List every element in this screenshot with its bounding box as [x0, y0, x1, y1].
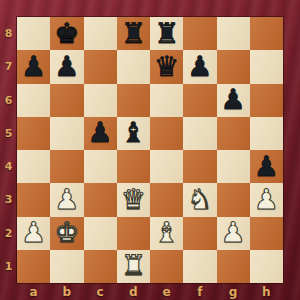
file-label-b: b	[50, 283, 83, 300]
square-f6[interactable]	[183, 84, 216, 117]
square-f7[interactable]: ♟	[183, 50, 216, 83]
piece-black-pawn[interactable]: ♟	[217, 84, 250, 117]
square-b2[interactable]: ♚	[50, 217, 83, 250]
piece-black-pawn[interactable]: ♟	[17, 50, 50, 83]
square-g3[interactable]	[217, 183, 250, 216]
piece-black-rook[interactable]: ♜	[150, 17, 183, 50]
square-b7[interactable]: ♟	[50, 50, 83, 83]
piece-black-pawn[interactable]: ♟	[183, 50, 216, 83]
file-label-e: e	[150, 283, 183, 300]
rank-label-5: 5	[0, 117, 17, 150]
square-c6[interactable]	[84, 84, 117, 117]
square-d4[interactable]	[117, 150, 150, 183]
square-h6[interactable]	[250, 84, 283, 117]
square-a3[interactable]	[17, 183, 50, 216]
rank-label-8: 8	[0, 17, 17, 50]
file-label-h: h	[250, 283, 283, 300]
square-d8[interactable]: ♜	[117, 17, 150, 50]
rank-label-7: 7	[0, 50, 17, 83]
piece-white-pawn[interactable]: ♟	[50, 183, 83, 216]
piece-black-pawn[interactable]: ♟	[84, 117, 117, 150]
square-h7[interactable]	[250, 50, 283, 83]
file-label-g: g	[217, 283, 250, 300]
piece-white-knight[interactable]: ♞	[183, 183, 216, 216]
square-a7[interactable]: ♟	[17, 50, 50, 83]
piece-white-king[interactable]: ♚	[50, 217, 83, 250]
square-f8[interactable]	[183, 17, 216, 50]
square-e3[interactable]	[150, 183, 183, 216]
piece-black-king[interactable]: ♚	[50, 17, 83, 50]
rank-label-3: 3	[0, 183, 17, 216]
square-a5[interactable]	[17, 117, 50, 150]
piece-black-rook[interactable]: ♜	[117, 17, 150, 50]
square-h4[interactable]: ♟	[250, 150, 283, 183]
square-e7[interactable]: ♛	[150, 50, 183, 83]
chess-board-frame: 87654321 ♚♜♜♟♟♛♟♟♟♝♟♟♛♞♟♟♚♝♟♜ abcdefgh	[0, 0, 300, 300]
square-b5[interactable]	[50, 117, 83, 150]
rank-label-4: 4	[0, 150, 17, 183]
piece-black-bishop[interactable]: ♝	[117, 117, 150, 150]
piece-black-pawn[interactable]: ♟	[50, 50, 83, 83]
square-c2[interactable]	[84, 217, 117, 250]
piece-white-pawn[interactable]: ♟	[250, 183, 283, 216]
square-e6[interactable]	[150, 84, 183, 117]
square-d6[interactable]	[117, 84, 150, 117]
square-d3[interactable]: ♛	[117, 183, 150, 216]
square-g4[interactable]	[217, 150, 250, 183]
square-g8[interactable]	[217, 17, 250, 50]
piece-black-pawn[interactable]: ♟	[250, 150, 283, 183]
square-a6[interactable]	[17, 84, 50, 117]
square-b4[interactable]	[50, 150, 83, 183]
rank-label-1: 1	[0, 250, 17, 283]
file-label-c: c	[84, 283, 117, 300]
square-c3[interactable]	[84, 183, 117, 216]
rank-label-6: 6	[0, 84, 17, 117]
piece-white-bishop[interactable]: ♝	[150, 217, 183, 250]
piece-white-pawn[interactable]: ♟	[217, 217, 250, 250]
square-b8[interactable]: ♚	[50, 17, 83, 50]
square-e5[interactable]	[150, 117, 183, 150]
file-label-d: d	[117, 283, 150, 300]
square-f2[interactable]	[183, 217, 216, 250]
piece-white-rook[interactable]: ♜	[117, 250, 150, 283]
file-label-f: f	[183, 283, 216, 300]
square-a4[interactable]	[17, 150, 50, 183]
square-d1[interactable]: ♜	[117, 250, 150, 283]
square-d2[interactable]	[117, 217, 150, 250]
square-c4[interactable]	[84, 150, 117, 183]
rank-label-2: 2	[0, 217, 17, 250]
square-f3[interactable]: ♞	[183, 183, 216, 216]
square-c7[interactable]	[84, 50, 117, 83]
square-f4[interactable]	[183, 150, 216, 183]
square-d7[interactable]	[117, 50, 150, 83]
square-f1[interactable]	[183, 250, 216, 283]
piece-white-queen[interactable]: ♛	[117, 183, 150, 216]
square-h8[interactable]	[250, 17, 283, 50]
square-c1[interactable]	[84, 250, 117, 283]
square-e8[interactable]: ♜	[150, 17, 183, 50]
square-b3[interactable]: ♟	[50, 183, 83, 216]
rank-labels: 87654321	[0, 17, 17, 283]
square-h5[interactable]	[250, 117, 283, 150]
square-a1[interactable]	[17, 250, 50, 283]
file-labels: abcdefgh	[17, 283, 283, 300]
square-e2[interactable]: ♝	[150, 217, 183, 250]
square-a8[interactable]	[17, 17, 50, 50]
square-h1[interactable]	[250, 250, 283, 283]
square-e1[interactable]	[150, 250, 183, 283]
square-h3[interactable]: ♟	[250, 183, 283, 216]
square-d5[interactable]: ♝	[117, 117, 150, 150]
square-c8[interactable]	[84, 17, 117, 50]
square-b1[interactable]	[50, 250, 83, 283]
piece-white-pawn[interactable]: ♟	[17, 217, 50, 250]
square-c5[interactable]: ♟	[84, 117, 117, 150]
square-f5[interactable]	[183, 117, 216, 150]
square-g6[interactable]: ♟	[217, 84, 250, 117]
square-e4[interactable]	[150, 150, 183, 183]
square-b6[interactable]	[50, 84, 83, 117]
square-g5[interactable]	[217, 117, 250, 150]
piece-black-queen[interactable]: ♛	[150, 50, 183, 83]
board: ♚♜♜♟♟♛♟♟♟♝♟♟♛♞♟♟♚♝♟♜	[17, 17, 283, 283]
square-g2[interactable]: ♟	[217, 217, 250, 250]
square-a2[interactable]: ♟	[17, 217, 50, 250]
square-g1[interactable]	[217, 250, 250, 283]
square-h2[interactable]	[250, 217, 283, 250]
square-g7[interactable]	[217, 50, 250, 83]
file-label-a: a	[17, 283, 50, 300]
